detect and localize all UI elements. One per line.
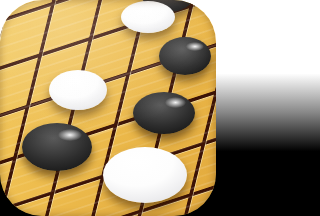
white-stone-specular-highlight xyxy=(131,4,161,17)
black-stone-specular-highlight xyxy=(58,129,82,141)
white-stone-specular-highlight xyxy=(59,73,91,89)
black-stone-specular-highlight xyxy=(165,97,186,108)
white-stone-specular-highlight xyxy=(118,151,164,173)
go-stone-black xyxy=(159,37,211,75)
go-stone-white xyxy=(49,70,107,110)
go-stone-white xyxy=(121,1,175,33)
go-stone-black xyxy=(22,123,92,171)
black-stone-specular-highlight xyxy=(186,42,204,52)
go-app-icon[interactable] xyxy=(0,0,216,216)
go-stone-white xyxy=(103,147,187,203)
go-stone-black xyxy=(133,92,195,134)
